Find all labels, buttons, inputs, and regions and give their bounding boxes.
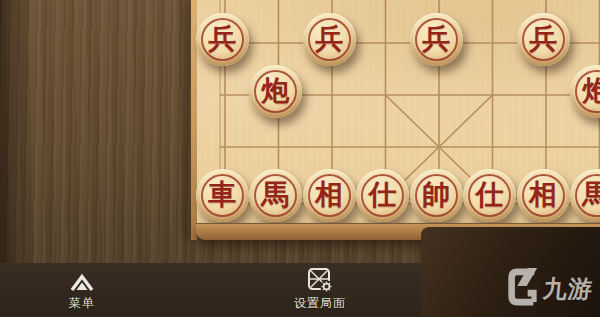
piece-character: 馬 [570,169,600,222]
piece-red-horse[interactable]: 馬 [570,169,600,222]
piece-character: 帥 [410,169,463,222]
piece-red-general[interactable]: 帥 [410,169,463,222]
jiuyou-watermark-text: 九游 [541,273,594,305]
piece-character: 兵 [410,13,463,66]
piece-red-chariot[interactable]: 車 [196,169,249,222]
piece-red-advisor[interactable]: 仕 [463,169,516,222]
piece-character: 兵 [517,13,570,66]
piece-red-soldier[interactable]: 兵 [517,13,570,66]
piece-character: 仕 [356,169,409,222]
piece-red-soldier[interactable]: 兵 [196,13,249,66]
board-setup-icon [307,270,333,292]
game-screen: 兵兵兵兵炮炮車馬相仕帥仕相馬 菜单 [0,0,600,317]
menu-button-label: 菜单 [69,295,95,312]
piece-character: 炮 [249,65,302,118]
piece-red-elephant[interactable]: 相 [517,169,570,222]
piece-character: 馬 [249,169,302,222]
piece-character: 相 [517,169,570,222]
menu-button[interactable]: 菜单 [40,270,124,312]
piece-red-soldier[interactable]: 兵 [303,13,356,66]
piece-red-cannon[interactable]: 炮 [570,65,600,118]
setup-position-button-label: 设置局面 [294,295,346,312]
piece-character: 炮 [570,65,600,118]
jiuyou-logo-icon [505,266,539,312]
piece-character: 車 [196,169,249,222]
piece-red-elephant[interactable]: 相 [303,169,356,222]
piece-character: 兵 [196,13,249,66]
piece-red-advisor[interactable]: 仕 [356,169,409,222]
piece-red-soldier[interactable]: 兵 [410,13,463,66]
piece-character: 仕 [463,169,516,222]
setup-position-button[interactable]: 设置局面 [278,270,362,312]
piece-character: 相 [303,169,356,222]
piece-red-horse[interactable]: 馬 [249,169,302,222]
piece-red-cannon[interactable]: 炮 [249,65,302,118]
piece-character: 兵 [303,13,356,66]
jiuyou-watermark: 九游 [505,266,593,312]
menu-up-icon [68,270,96,292]
